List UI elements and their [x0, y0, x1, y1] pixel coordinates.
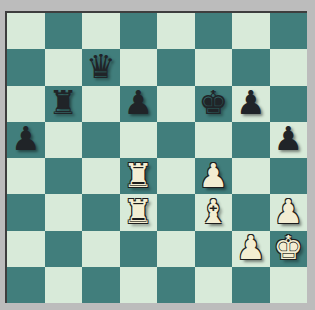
square-e7[interactable]	[157, 49, 195, 85]
square-a7[interactable]	[7, 49, 45, 85]
white-rook[interactable]: ♜	[123, 195, 153, 228]
square-c5[interactable]	[82, 122, 120, 158]
square-d7[interactable]	[120, 49, 158, 85]
square-g8[interactable]	[232, 13, 270, 49]
black-pawn[interactable]: ♟	[123, 86, 153, 119]
square-c6[interactable]	[82, 86, 120, 122]
square-h4[interactable]	[270, 158, 308, 194]
square-h2[interactable]: ♚	[270, 231, 308, 267]
square-b4[interactable]	[45, 158, 83, 194]
square-f3[interactable]: ♝	[195, 194, 233, 230]
square-b1[interactable]	[45, 267, 83, 303]
square-b5[interactable]	[45, 122, 83, 158]
square-h1[interactable]	[270, 267, 308, 303]
square-d1[interactable]	[120, 267, 158, 303]
square-h6[interactable]	[270, 86, 308, 122]
square-e4[interactable]	[157, 158, 195, 194]
square-h3[interactable]: ♟	[270, 194, 308, 230]
square-b2[interactable]	[45, 231, 83, 267]
square-d3[interactable]: ♜	[120, 194, 158, 230]
square-c4[interactable]	[82, 158, 120, 194]
square-f7[interactable]	[195, 49, 233, 85]
white-rook[interactable]: ♜	[123, 159, 153, 192]
square-c3[interactable]	[82, 194, 120, 230]
black-pawn[interactable]: ♟	[236, 86, 266, 119]
square-e8[interactable]	[157, 13, 195, 49]
square-e5[interactable]	[157, 122, 195, 158]
square-a1[interactable]	[7, 267, 45, 303]
square-f1[interactable]	[195, 267, 233, 303]
white-pawn[interactable]: ♟	[198, 159, 228, 192]
square-b3[interactable]	[45, 194, 83, 230]
square-h8[interactable]	[270, 13, 308, 49]
chess-board: ♛♜♟♚♟♟♟♜♟♜♝♟♟♚	[5, 11, 307, 303]
white-bishop[interactable]: ♝	[198, 195, 228, 228]
black-pawn[interactable]: ♟	[273, 122, 303, 155]
square-d2[interactable]	[120, 231, 158, 267]
square-h7[interactable]	[270, 49, 308, 85]
square-h5[interactable]: ♟	[270, 122, 308, 158]
square-a6[interactable]	[7, 86, 45, 122]
square-c8[interactable]	[82, 13, 120, 49]
square-d6[interactable]: ♟	[120, 86, 158, 122]
square-a5[interactable]: ♟	[7, 122, 45, 158]
black-rook[interactable]: ♜	[48, 86, 78, 119]
square-g6[interactable]: ♟	[232, 86, 270, 122]
square-g4[interactable]	[232, 158, 270, 194]
square-f6[interactable]: ♚	[195, 86, 233, 122]
square-a2[interactable]	[7, 231, 45, 267]
square-a8[interactable]	[7, 13, 45, 49]
square-c2[interactable]	[82, 231, 120, 267]
square-b7[interactable]	[45, 49, 83, 85]
square-g3[interactable]	[232, 194, 270, 230]
square-d8[interactable]	[120, 13, 158, 49]
square-g1[interactable]	[232, 267, 270, 303]
square-a4[interactable]	[7, 158, 45, 194]
square-e2[interactable]	[157, 231, 195, 267]
square-f4[interactable]: ♟	[195, 158, 233, 194]
square-e6[interactable]	[157, 86, 195, 122]
black-king[interactable]: ♚	[198, 86, 228, 119]
square-f2[interactable]	[195, 231, 233, 267]
black-pawn[interactable]: ♟	[11, 122, 41, 155]
square-d5[interactable]	[120, 122, 158, 158]
black-queen[interactable]: ♛	[86, 50, 116, 83]
square-b8[interactable]	[45, 13, 83, 49]
square-f8[interactable]	[195, 13, 233, 49]
square-c7[interactable]: ♛	[82, 49, 120, 85]
square-g2[interactable]: ♟	[232, 231, 270, 267]
white-king[interactable]: ♚	[273, 231, 303, 264]
square-e3[interactable]	[157, 194, 195, 230]
square-a3[interactable]	[7, 194, 45, 230]
square-f5[interactable]	[195, 122, 233, 158]
square-e1[interactable]	[157, 267, 195, 303]
square-c1[interactable]	[82, 267, 120, 303]
square-b6[interactable]: ♜	[45, 86, 83, 122]
square-g5[interactable]	[232, 122, 270, 158]
square-d4[interactable]: ♜	[120, 158, 158, 194]
white-pawn[interactable]: ♟	[273, 195, 303, 228]
white-pawn[interactable]: ♟	[236, 231, 266, 264]
square-g7[interactable]	[232, 49, 270, 85]
window-background: ♛♜♟♚♟♟♟♜♟♜♝♟♟♚	[0, 0, 315, 310]
